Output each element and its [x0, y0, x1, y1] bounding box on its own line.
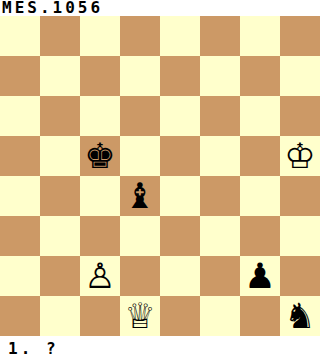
square-a1[interactable] [0, 296, 40, 336]
piece-white-pawn[interactable]: ♙ [84, 256, 115, 296]
square-a8[interactable] [0, 16, 40, 56]
square-f3[interactable] [200, 216, 240, 256]
piece-white-queen[interactable]: ♕ [124, 296, 155, 336]
square-g2[interactable]: ♟ [240, 256, 280, 296]
square-g4[interactable] [240, 176, 280, 216]
square-g3[interactable] [240, 216, 280, 256]
square-e3[interactable] [160, 216, 200, 256]
square-e6[interactable] [160, 96, 200, 136]
square-e7[interactable] [160, 56, 200, 96]
move-prompt-label: 1. ? [0, 336, 320, 360]
piece-black-knight[interactable]: ♞ [284, 296, 315, 336]
square-c2[interactable]: ♙ [80, 256, 120, 296]
square-c1[interactable] [80, 296, 120, 336]
square-h7[interactable] [280, 56, 320, 96]
square-e2[interactable] [160, 256, 200, 296]
square-e1[interactable] [160, 296, 200, 336]
square-c4[interactable] [80, 176, 120, 216]
square-c8[interactable] [80, 16, 120, 56]
square-g1[interactable] [240, 296, 280, 336]
square-b7[interactable] [40, 56, 80, 96]
square-b6[interactable] [40, 96, 80, 136]
square-c3[interactable] [80, 216, 120, 256]
square-d6[interactable] [120, 96, 160, 136]
square-c5[interactable]: ♚ [80, 136, 120, 176]
square-d8[interactable] [120, 16, 160, 56]
square-g5[interactable] [240, 136, 280, 176]
square-f4[interactable] [200, 176, 240, 216]
piece-white-king[interactable]: ♔ [284, 136, 315, 176]
square-e5[interactable] [160, 136, 200, 176]
chess-diagram-window: MES.1056 ♚♔♝♙♟♕♞ 1. ? [0, 0, 320, 360]
square-a7[interactable] [0, 56, 40, 96]
square-f7[interactable] [200, 56, 240, 96]
square-f8[interactable] [200, 16, 240, 56]
square-d1[interactable]: ♕ [120, 296, 160, 336]
square-h6[interactable] [280, 96, 320, 136]
puzzle-id-label: MES.1056 [0, 0, 320, 16]
square-h1[interactable]: ♞ [280, 296, 320, 336]
piece-black-king[interactable]: ♚ [84, 136, 115, 176]
square-b8[interactable] [40, 16, 80, 56]
square-a4[interactable] [0, 176, 40, 216]
piece-black-pawn[interactable]: ♟ [244, 256, 275, 296]
square-c7[interactable] [80, 56, 120, 96]
square-a5[interactable] [0, 136, 40, 176]
square-g8[interactable] [240, 16, 280, 56]
square-f6[interactable] [200, 96, 240, 136]
square-a6[interactable] [0, 96, 40, 136]
square-h8[interactable] [280, 16, 320, 56]
square-d7[interactable] [120, 56, 160, 96]
square-h2[interactable] [280, 256, 320, 296]
square-b2[interactable] [40, 256, 80, 296]
square-h5[interactable]: ♔ [280, 136, 320, 176]
square-b5[interactable] [40, 136, 80, 176]
square-a2[interactable] [0, 256, 40, 296]
square-g7[interactable] [240, 56, 280, 96]
square-e8[interactable] [160, 16, 200, 56]
square-a3[interactable] [0, 216, 40, 256]
square-b4[interactable] [40, 176, 80, 216]
square-d5[interactable] [120, 136, 160, 176]
square-d4[interactable]: ♝ [120, 176, 160, 216]
square-d3[interactable] [120, 216, 160, 256]
piece-black-bishop[interactable]: ♝ [124, 176, 155, 216]
square-b3[interactable] [40, 216, 80, 256]
square-f5[interactable] [200, 136, 240, 176]
square-c6[interactable] [80, 96, 120, 136]
square-f2[interactable] [200, 256, 240, 296]
square-g6[interactable] [240, 96, 280, 136]
square-h4[interactable] [280, 176, 320, 216]
square-f1[interactable] [200, 296, 240, 336]
chess-board: ♚♔♝♙♟♕♞ [0, 16, 320, 336]
square-h3[interactable] [280, 216, 320, 256]
square-d2[interactable] [120, 256, 160, 296]
square-b1[interactable] [40, 296, 80, 336]
square-e4[interactable] [160, 176, 200, 216]
